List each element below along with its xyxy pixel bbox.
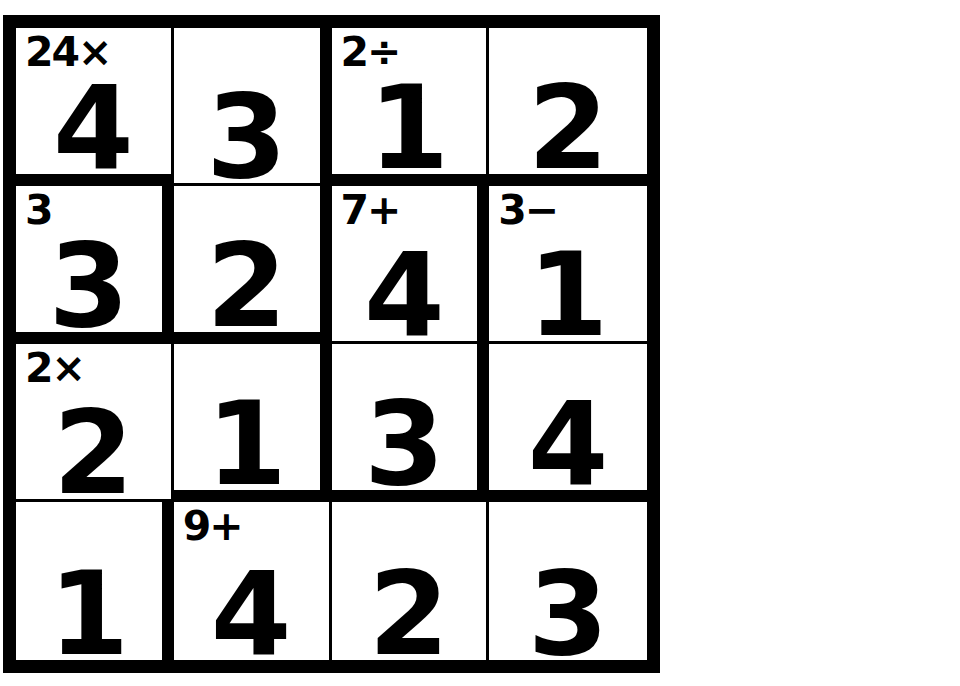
cell-value: 2	[489, 70, 647, 186]
cell-r2c2[interactable]: 2	[174, 186, 332, 344]
cell-value: 2	[16, 395, 171, 502]
cell-value: 4	[174, 556, 329, 660]
cell-value: 3	[332, 386, 478, 502]
cell-r1c3[interactable]: 2÷ 1	[332, 28, 490, 186]
cell-r1c2[interactable]: 3	[174, 28, 332, 186]
cell-r4c4[interactable]: 3	[489, 502, 647, 660]
cell-value: 4	[489, 386, 647, 502]
cell-value: 3	[489, 556, 647, 660]
cell-value: 1	[332, 70, 487, 186]
cell-value: 1	[16, 556, 162, 660]
cell-r1c4[interactable]: 2	[489, 28, 647, 186]
cell-value: 3	[174, 79, 320, 186]
cell-value: 4	[332, 237, 478, 344]
cage-clue: 9+	[183, 505, 242, 548]
cell-r2c4[interactable]: 3− 1	[489, 186, 647, 344]
cell-r1c1[interactable]: 24× 4	[16, 28, 174, 186]
kenken-board: 24× 4 3 2÷ 1 2 3 3 2 7+ 4 3− 1 2× 2 1 3	[3, 15, 660, 673]
cell-value: 1	[489, 237, 647, 344]
cage-clue: 3	[25, 189, 52, 232]
cell-r3c2[interactable]: 1	[174, 344, 332, 502]
cell-value: 4	[16, 70, 171, 186]
cell-value: 3	[16, 228, 162, 344]
cell-value: 2	[332, 556, 487, 660]
cell-r4c3[interactable]: 2	[332, 502, 490, 660]
cell-r3c1[interactable]: 2× 2	[16, 344, 174, 502]
cage-clue: 2×	[25, 347, 84, 390]
cell-r3c4[interactable]: 4	[489, 344, 647, 502]
cell-r4c2[interactable]: 9+ 4	[174, 502, 332, 660]
cell-r2c3[interactable]: 7+ 4	[332, 186, 490, 344]
cage-clue: 7+	[341, 189, 400, 232]
cage-clue: 3−	[498, 189, 557, 232]
cell-value: 1	[174, 386, 320, 502]
cell-r3c3[interactable]: 3	[332, 344, 490, 502]
cell-r4c1[interactable]: 1	[16, 502, 174, 660]
cell-value: 2	[174, 228, 320, 344]
cell-r2c1[interactable]: 3 3	[16, 186, 174, 344]
